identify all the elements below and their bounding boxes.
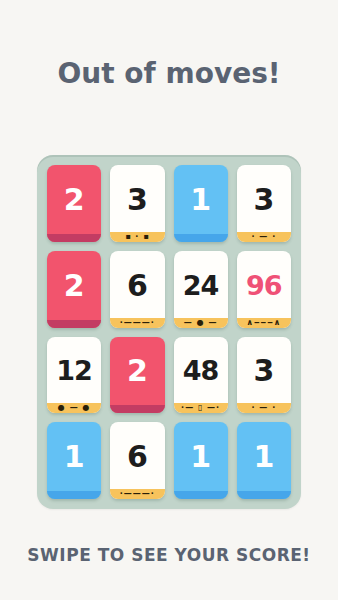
card-value: 1 <box>47 422 101 491</box>
card-1[interactable]: 1 <box>237 422 291 499</box>
card-edge <box>47 491 101 499</box>
card-3[interactable]: 3· — · <box>237 165 291 242</box>
card-1[interactable]: 1 <box>47 422 101 499</box>
card-face: ·— ▯ —· <box>174 403 228 413</box>
card-48[interactable]: 48·— ▯ —· <box>174 337 228 414</box>
swipe-hint-label: SWIPE TO SEE YOUR SCORE! <box>0 545 338 565</box>
card-edge <box>47 234 101 242</box>
card-face: ∧‒‒‒∧ <box>237 318 291 328</box>
card-value: 1 <box>237 422 291 491</box>
card-3[interactable]: 3▪ · ▪ <box>110 165 164 242</box>
card-face: · — · <box>237 232 291 242</box>
card-value: 1 <box>174 165 228 234</box>
card-face: ▪ · ▪ <box>110 232 164 242</box>
card-6[interactable]: 6·———· <box>110 251 164 328</box>
card-6[interactable]: 6·———· <box>110 422 164 499</box>
card-value: 6 <box>110 422 164 491</box>
card-value: 2 <box>110 337 164 406</box>
page-title: Out of moves! <box>0 57 338 90</box>
board-grid: 23▪ · ▪13· — ·26·———·24— ● —96∧‒‒‒∧12● —… <box>47 165 291 499</box>
card-value: 3 <box>237 337 291 406</box>
card-edge <box>47 320 101 328</box>
card-3[interactable]: 3· — · <box>237 337 291 414</box>
card-face: — ● — <box>174 318 228 328</box>
card-value: 24 <box>174 251 228 320</box>
board[interactable]: 23▪ · ▪13· — ·26·———·24— ● —96∧‒‒‒∧12● —… <box>37 155 301 509</box>
card-edge <box>174 234 228 242</box>
card-1[interactable]: 1 <box>174 422 228 499</box>
card-value: 1 <box>174 422 228 491</box>
card-face: ·———· <box>110 489 164 499</box>
card-value: 6 <box>110 251 164 320</box>
card-value: 48 <box>174 337 228 406</box>
card-value: 2 <box>47 251 101 320</box>
card-value: 12 <box>47 337 101 406</box>
card-2[interactable]: 2 <box>47 165 101 242</box>
card-1[interactable]: 1 <box>174 165 228 242</box>
card-value: 96 <box>237 251 291 320</box>
card-2[interactable]: 2 <box>47 251 101 328</box>
card-24[interactable]: 24— ● — <box>174 251 228 328</box>
card-value: 3 <box>237 165 291 234</box>
card-2[interactable]: 2 <box>110 337 164 414</box>
card-face: · — · <box>237 403 291 413</box>
card-value: 2 <box>47 165 101 234</box>
card-edge <box>110 405 164 413</box>
card-value: 3 <box>110 165 164 234</box>
card-face: ● — ● <box>47 403 101 413</box>
card-edge <box>237 491 291 499</box>
card-12[interactable]: 12● — ● <box>47 337 101 414</box>
card-face: ·———· <box>110 318 164 328</box>
card-edge <box>174 491 228 499</box>
card-96[interactable]: 96∧‒‒‒∧ <box>237 251 291 328</box>
